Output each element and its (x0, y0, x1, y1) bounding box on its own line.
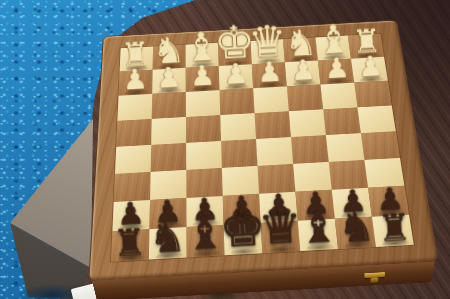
brass-clasp-hook (370, 277, 378, 282)
piece-black-queen-d8[interactable]: ♛ (257, 204, 303, 253)
square-c8[interactable]: ♝ (298, 219, 338, 251)
square-a3[interactable] (354, 81, 392, 108)
piece-white-pawn-d2[interactable]: ♟ (256, 59, 282, 87)
square-a5[interactable] (361, 131, 400, 160)
square-g8[interactable]: ♞ (149, 227, 187, 260)
square-c2[interactable]: ♟ (285, 60, 321, 86)
square-e8[interactable]: ♚ (224, 223, 263, 255)
square-b2[interactable]: ♟ (318, 59, 354, 85)
piece-black-knight-g8[interactable]: ♞ (147, 217, 186, 258)
piece-white-pawn-b2[interactable]: ♟ (323, 55, 349, 83)
piece-black-knight-b8[interactable]: ♞ (336, 207, 375, 248)
square-c5[interactable] (291, 135, 329, 164)
square-c3[interactable] (287, 84, 323, 111)
piece-white-pawn-g2[interactable]: ♟ (155, 65, 181, 93)
square-f3[interactable] (186, 90, 220, 117)
square-a2[interactable]: ♟ (351, 57, 388, 83)
piece-black-bishop-c8[interactable]: ♝ (297, 206, 339, 250)
piece-white-pawn-c2[interactable]: ♟ (290, 57, 316, 85)
square-h5[interactable] (115, 145, 151, 174)
square-b5[interactable] (326, 133, 364, 162)
square-g5[interactable] (151, 143, 187, 172)
piece-white-pawn-h2[interactable]: ♟ (121, 67, 147, 95)
piece-black-rook-h8[interactable]: ♜ (111, 224, 146, 261)
chess-board: ♜♞♝♚♛♞♝♜♟♟♟♟♟♟♟♟♟♟♟♟♟♟♟♟♜♞♝♚♛♝♞♜ (88, 20, 438, 281)
photo-scene: ♜♞♝♚♛♞♝♜♟♟♟♟♟♟♟♟♟♟♟♟♟♟♟♟♜♞♝♚♛♝♞♜ (0, 0, 450, 299)
square-e3[interactable] (220, 88, 255, 115)
perspective-wrapper: ♜♞♝♚♛♞♝♜♟♟♟♟♟♟♟♟♟♟♟♟♟♟♟♟♜♞♝♚♛♝♞♜ (0, 0, 450, 299)
square-a8[interactable]: ♜ (372, 215, 414, 247)
square-b3[interactable] (320, 83, 357, 110)
square-b8[interactable]: ♞ (335, 217, 376, 249)
piece-white-pawn-e2[interactable]: ♟ (222, 61, 248, 89)
square-d3[interactable] (253, 86, 289, 113)
board-scene: ♜♞♝♚♛♞♝♜♟♟♟♟♟♟♟♟♟♟♟♟♟♟♟♟♜♞♝♚♛♝♞♜ (0, 0, 450, 299)
square-h3[interactable] (117, 94, 152, 121)
square-e5[interactable] (221, 139, 257, 168)
piece-white-pawn-f2[interactable]: ♟ (189, 63, 215, 91)
square-d5[interactable] (256, 137, 293, 166)
square-h8[interactable]: ♜ (111, 229, 149, 262)
square-h2[interactable]: ♟ (119, 70, 153, 96)
piece-black-rook-a8[interactable]: ♜ (376, 209, 411, 246)
piece-white-pawn-a2[interactable]: ♟ (357, 53, 383, 81)
square-g2[interactable]: ♟ (152, 68, 186, 94)
square-f8[interactable]: ♝ (187, 225, 225, 257)
square-e2[interactable]: ♟ (219, 64, 253, 90)
square-f2[interactable]: ♟ (186, 66, 220, 92)
board-grid: ♜♞♝♚♛♞♝♜♟♟♟♟♟♟♟♟♟♟♟♟♟♟♟♟♜♞♝♚♛♝♞♜ (111, 34, 414, 262)
square-g3[interactable] (152, 92, 186, 119)
square-f5[interactable] (186, 141, 222, 170)
piece-black-bishop-f8[interactable]: ♝ (183, 212, 225, 256)
square-d2[interactable]: ♟ (252, 62, 287, 88)
square-d8[interactable]: ♛ (261, 221, 301, 253)
